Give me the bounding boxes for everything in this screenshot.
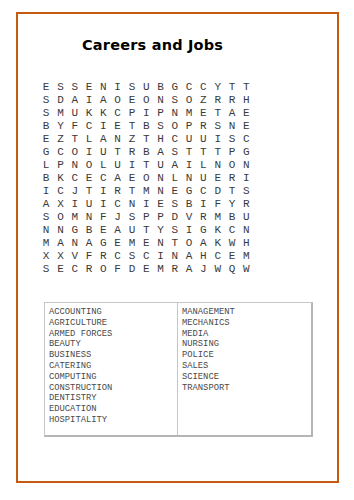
word-list-item: EDUCATION bbox=[49, 404, 177, 415]
grid-cell-r14c15: M bbox=[239, 250, 253, 263]
grid-cell-r2c12: Z bbox=[196, 94, 210, 107]
grid-cell-r13c14: W bbox=[225, 237, 239, 250]
word-search-grid: ESSENISUBGCCYTTSDAIAOEONSOZRRHSMUKKCPIPN… bbox=[39, 81, 253, 276]
grid-cell-r3c8: I bbox=[139, 107, 153, 120]
grid-cell-r6c5: U bbox=[96, 146, 110, 159]
grid-cell-r10c15: R bbox=[239, 198, 253, 211]
word-list-item: TRANSPORT bbox=[182, 383, 311, 394]
grid-cell-r9c2: C bbox=[53, 185, 67, 198]
grid-cell-r8c4: E bbox=[82, 172, 96, 185]
grid-cell-r8c15: I bbox=[239, 172, 253, 185]
grid-cell-r10c4: U bbox=[82, 198, 96, 211]
grid-cell-r7c14: O bbox=[225, 159, 239, 172]
grid-cell-r7c4: O bbox=[82, 159, 96, 172]
grid-cell-r3c9: P bbox=[153, 107, 167, 120]
grid-cell-r11c4: N bbox=[82, 211, 96, 224]
grid-cell-r2c14: R bbox=[225, 94, 239, 107]
grid-cell-r12c4: B bbox=[82, 224, 96, 237]
grid-cell-r2c13: R bbox=[211, 94, 225, 107]
grid-cell-r13c12: A bbox=[196, 237, 210, 250]
grid-cell-r14c14: E bbox=[225, 250, 239, 263]
grid-cell-r3c5: K bbox=[96, 107, 110, 120]
word-list-item: AGRICULTURE bbox=[49, 318, 177, 329]
grid-cell-r15c12: J bbox=[196, 263, 210, 276]
grid-cell-r4c14: N bbox=[225, 120, 239, 133]
grid-cell-r5c13: I bbox=[211, 133, 225, 146]
grid-cell-r14c12: H bbox=[196, 250, 210, 263]
grid-cell-r5c15: C bbox=[239, 133, 253, 146]
word-list-item: BUSINESS bbox=[49, 350, 177, 361]
grid-cell-r12c13: K bbox=[211, 224, 225, 237]
word-list-item: NURSING bbox=[182, 339, 311, 350]
grid-cell-r8c11: N bbox=[182, 172, 196, 185]
grid-cell-r6c8: B bbox=[139, 146, 153, 159]
grid-cell-r15c14: Q bbox=[225, 263, 239, 276]
grid-cell-r4c7: T bbox=[125, 120, 139, 133]
grid-cell-r7c15: N bbox=[239, 159, 253, 172]
grid-cell-r12c15: N bbox=[239, 224, 253, 237]
grid-cell-r15c4: R bbox=[82, 263, 96, 276]
grid-cell-r3c2: M bbox=[53, 107, 67, 120]
grid-cell-r12c3: G bbox=[68, 224, 82, 237]
grid-cell-r15c6: F bbox=[110, 263, 124, 276]
grid-cell-r5c4: L bbox=[82, 133, 96, 146]
grid-cell-r7c12: L bbox=[196, 159, 210, 172]
grid-cell-r1c9: B bbox=[153, 81, 167, 94]
grid-cell-r15c10: R bbox=[168, 263, 182, 276]
grid-cell-r4c3: F bbox=[68, 120, 82, 133]
grid-cell-r15c11: A bbox=[182, 263, 196, 276]
grid-cell-r15c15: W bbox=[239, 263, 253, 276]
grid-cell-r12c2: N bbox=[53, 224, 67, 237]
grid-cell-r6c13: T bbox=[211, 146, 225, 159]
grid-cell-r2c4: I bbox=[82, 94, 96, 107]
grid-cell-r14c4: F bbox=[82, 250, 96, 263]
grid-cell-r12c10: S bbox=[168, 224, 182, 237]
grid-cell-r6c3: O bbox=[68, 146, 82, 159]
grid-cell-r6c11: T bbox=[182, 146, 196, 159]
grid-cell-r3c14: A bbox=[225, 107, 239, 120]
grid-cell-r5c10: C bbox=[168, 133, 182, 146]
grid-cell-r2c9: N bbox=[153, 94, 167, 107]
grid-cell-r10c9: E bbox=[153, 198, 167, 211]
grid-cell-r9c15: S bbox=[239, 185, 253, 198]
grid-cell-r12c6: A bbox=[110, 224, 124, 237]
grid-cell-r11c11: V bbox=[182, 211, 196, 224]
grid-cell-r8c1: B bbox=[39, 172, 53, 185]
grid-cell-r12c5: E bbox=[96, 224, 110, 237]
grid-cell-r6c4: I bbox=[82, 146, 96, 159]
grid-cell-r9c5: I bbox=[96, 185, 110, 198]
grid-cell-r13c11: O bbox=[182, 237, 196, 250]
grid-cell-r14c1: X bbox=[39, 250, 53, 263]
grid-cell-r7c13: N bbox=[211, 159, 225, 172]
word-list-item: MEDIA bbox=[182, 329, 311, 340]
grid-cell-r13c1: M bbox=[39, 237, 53, 250]
grid-cell-r3c4: K bbox=[82, 107, 96, 120]
grid-cell-r6c1: G bbox=[39, 146, 53, 159]
grid-cell-r11c8: P bbox=[139, 211, 153, 224]
word-list-item: CATERING bbox=[49, 361, 177, 372]
grid-cell-r6c10: S bbox=[168, 146, 182, 159]
word-list-item: HOSPITALITY bbox=[49, 415, 177, 426]
grid-cell-r11c13: M bbox=[211, 211, 225, 224]
grid-cell-r11c14: B bbox=[225, 211, 239, 224]
grid-cell-r4c9: S bbox=[153, 120, 167, 133]
grid-cell-r3c1: S bbox=[39, 107, 53, 120]
grid-cell-r1c13: Y bbox=[211, 81, 225, 94]
grid-cell-r14c2: X bbox=[53, 250, 67, 263]
grid-cell-r14c8: C bbox=[139, 250, 153, 263]
grid-cell-r13c4: A bbox=[82, 237, 96, 250]
grid-cell-r9c7: T bbox=[125, 185, 139, 198]
word-list-box: ACCOUNTINGAGRICULTUREARMED FORCESBEAUTYB… bbox=[44, 302, 313, 437]
grid-cell-r3c15: E bbox=[239, 107, 253, 120]
word-list-item: ACCOUNTING bbox=[49, 307, 177, 318]
word-list-left-column: ACCOUNTINGAGRICULTUREARMED FORCESBEAUTYB… bbox=[45, 303, 177, 435]
grid-cell-r9c4: T bbox=[82, 185, 96, 198]
grid-cell-r4c2: Y bbox=[53, 120, 67, 133]
grid-cell-r1c4: E bbox=[82, 81, 96, 94]
grid-cell-r13c13: K bbox=[211, 237, 225, 250]
grid-cell-r1c5: N bbox=[96, 81, 110, 94]
grid-cell-r9c1: I bbox=[39, 185, 53, 198]
grid-cell-r7c6: U bbox=[110, 159, 124, 172]
grid-cell-r1c12: C bbox=[196, 81, 210, 94]
grid-cell-r5c5: A bbox=[96, 133, 110, 146]
grid-cell-r15c8: E bbox=[139, 263, 153, 276]
grid-cell-r11c5: F bbox=[96, 211, 110, 224]
grid-cell-r3c11: M bbox=[182, 107, 196, 120]
grid-cell-r13c2: A bbox=[53, 237, 67, 250]
grid-cell-r3c13: T bbox=[211, 107, 225, 120]
grid-cell-r5c11: U bbox=[182, 133, 196, 146]
word-list-item: POLICE bbox=[182, 350, 311, 361]
grid-cell-r7c7: I bbox=[125, 159, 139, 172]
grid-cell-r14c11: A bbox=[182, 250, 196, 263]
grid-cell-r6c14: P bbox=[225, 146, 239, 159]
grid-cell-r9c3: J bbox=[68, 185, 82, 198]
grid-cell-r10c3: I bbox=[68, 198, 82, 211]
grid-cell-r13c7: M bbox=[125, 237, 139, 250]
grid-cell-r3c3: U bbox=[68, 107, 82, 120]
worksheet-page: Careers and Jobs ESSENISUBGCCYTTSDAIAOEO… bbox=[0, 0, 354, 500]
grid-cell-r14c5: R bbox=[96, 250, 110, 263]
grid-cell-r13c3: N bbox=[68, 237, 82, 250]
grid-cell-r2c7: E bbox=[125, 94, 139, 107]
grid-cell-r7c1: L bbox=[39, 159, 53, 172]
grid-cell-r6c7: R bbox=[125, 146, 139, 159]
grid-cell-r6c9: A bbox=[153, 146, 167, 159]
grid-cell-r2c5: A bbox=[96, 94, 110, 107]
grid-cell-r4c5: I bbox=[96, 120, 110, 133]
grid-cell-r14c6: C bbox=[110, 250, 124, 263]
grid-cell-r10c7: N bbox=[125, 198, 139, 211]
grid-cell-r10c5: I bbox=[96, 198, 110, 211]
grid-cell-r8c10: L bbox=[168, 172, 182, 185]
grid-cell-r10c6: C bbox=[110, 198, 124, 211]
grid-cell-r13c9: N bbox=[153, 237, 167, 250]
grid-cell-r5c14: S bbox=[225, 133, 239, 146]
grid-cell-r2c3: A bbox=[68, 94, 82, 107]
grid-cell-r10c13: F bbox=[211, 198, 225, 211]
word-list-item: ARMED FORCES bbox=[49, 329, 177, 340]
grid-cell-r1c14: T bbox=[225, 81, 239, 94]
grid-cell-r13c8: E bbox=[139, 237, 153, 250]
grid-cell-r15c13: W bbox=[211, 263, 225, 276]
grid-cell-r1c11: C bbox=[182, 81, 196, 94]
grid-cell-r6c2: C bbox=[53, 146, 67, 159]
word-list-right-column: MANAGEMENTMECHANICSMEDIANURSINGPOLICESAL… bbox=[178, 303, 311, 435]
grid-cell-r2c2: D bbox=[53, 94, 67, 107]
grid-cell-r8c9: N bbox=[153, 172, 167, 185]
grid-cell-r14c3: V bbox=[68, 250, 82, 263]
grid-cell-r7c10: A bbox=[168, 159, 182, 172]
grid-cell-r8c8: O bbox=[139, 172, 153, 185]
grid-cell-r10c2: X bbox=[53, 198, 67, 211]
grid-cell-r10c14: Y bbox=[225, 198, 239, 211]
grid-cell-r5c1: E bbox=[39, 133, 53, 146]
grid-cell-r3c12: E bbox=[196, 107, 210, 120]
grid-cell-r4c1: B bbox=[39, 120, 53, 133]
grid-cell-r10c10: S bbox=[168, 198, 182, 211]
grid-cell-r5c12: U bbox=[196, 133, 210, 146]
puzzle-title: Careers and Jobs bbox=[82, 37, 223, 53]
grid-cell-r1c8: U bbox=[139, 81, 153, 94]
grid-cell-r9c8: M bbox=[139, 185, 153, 198]
word-list-item: BEAUTY bbox=[49, 339, 177, 350]
grid-cell-r15c7: D bbox=[125, 263, 139, 276]
grid-cell-r1c15: T bbox=[239, 81, 253, 94]
grid-cell-r4c6: E bbox=[110, 120, 124, 133]
word-list-item: COMPUTING bbox=[49, 372, 177, 383]
grid-cell-r9c14: T bbox=[225, 185, 239, 198]
grid-cell-r1c3: S bbox=[68, 81, 82, 94]
grid-cell-r14c10: N bbox=[168, 250, 182, 263]
grid-cell-r2c15: H bbox=[239, 94, 253, 107]
grid-cell-r13c15: H bbox=[239, 237, 253, 250]
grid-cell-r8c3: C bbox=[68, 172, 82, 185]
grid-cell-r4c15: E bbox=[239, 120, 253, 133]
word-list-item: CONSTRUCTION bbox=[49, 383, 177, 394]
grid-cell-r7c2: P bbox=[53, 159, 67, 172]
grid-cell-r11c6: J bbox=[110, 211, 124, 224]
grid-cell-r11c12: R bbox=[196, 211, 210, 224]
grid-cell-r14c13: C bbox=[211, 250, 225, 263]
grid-cell-r4c4: C bbox=[82, 120, 96, 133]
grid-cell-r10c8: I bbox=[139, 198, 153, 211]
word-list-item: MANAGEMENT bbox=[182, 307, 311, 318]
grid-cell-r11c15: U bbox=[239, 211, 253, 224]
grid-cell-r13c6: E bbox=[110, 237, 124, 250]
grid-cell-r3c10: N bbox=[168, 107, 182, 120]
grid-cell-r9c12: C bbox=[196, 185, 210, 198]
grid-cell-r9c11: G bbox=[182, 185, 196, 198]
grid-cell-r7c8: T bbox=[139, 159, 153, 172]
grid-cell-r13c10: T bbox=[168, 237, 182, 250]
grid-cell-r4c13: S bbox=[211, 120, 225, 133]
grid-cell-r1c6: I bbox=[110, 81, 124, 94]
grid-cell-r5c6: N bbox=[110, 133, 124, 146]
grid-cell-r4c10: O bbox=[168, 120, 182, 133]
grid-cell-r9c9: N bbox=[153, 185, 167, 198]
grid-cell-r11c9: P bbox=[153, 211, 167, 224]
word-list-item: MECHANICS bbox=[182, 318, 311, 329]
grid-cell-r5c8: T bbox=[139, 133, 153, 146]
grid-cell-r7c11: I bbox=[182, 159, 196, 172]
grid-cell-r2c6: O bbox=[110, 94, 124, 107]
grid-cell-r1c1: E bbox=[39, 81, 53, 94]
grid-cell-r8c6: A bbox=[110, 172, 124, 185]
grid-cell-r14c9: I bbox=[153, 250, 167, 263]
grid-cell-r10c12: I bbox=[196, 198, 210, 211]
grid-cell-r7c9: U bbox=[153, 159, 167, 172]
grid-cell-r11c10: D bbox=[168, 211, 182, 224]
grid-cell-r10c11: B bbox=[182, 198, 196, 211]
grid-cell-r1c10: G bbox=[168, 81, 182, 94]
grid-cell-r12c8: T bbox=[139, 224, 153, 237]
grid-cell-r4c11: P bbox=[182, 120, 196, 133]
grid-cell-r8c14: R bbox=[225, 172, 239, 185]
grid-cell-r5c2: Z bbox=[53, 133, 67, 146]
grid-cell-r12c1: N bbox=[39, 224, 53, 237]
grid-cell-r8c2: K bbox=[53, 172, 67, 185]
grid-cell-r7c5: L bbox=[96, 159, 110, 172]
grid-cell-r9c10: E bbox=[168, 185, 182, 198]
grid-cell-r12c9: Y bbox=[153, 224, 167, 237]
grid-cell-r14c7: S bbox=[125, 250, 139, 263]
grid-cell-r8c13: E bbox=[211, 172, 225, 185]
grid-cell-r2c1: S bbox=[39, 94, 53, 107]
grid-cell-r15c2: E bbox=[53, 263, 67, 276]
grid-cell-r1c7: S bbox=[125, 81, 139, 94]
grid-cell-r9c13: D bbox=[211, 185, 225, 198]
grid-cell-r2c11: O bbox=[182, 94, 196, 107]
grid-cell-r5c7: Z bbox=[125, 133, 139, 146]
grid-cell-r12c11: I bbox=[182, 224, 196, 237]
grid-cell-r3c7: P bbox=[125, 107, 139, 120]
grid-cell-r15c5: O bbox=[96, 263, 110, 276]
grid-cell-r11c1: S bbox=[39, 211, 53, 224]
grid-cell-r1c2: S bbox=[53, 81, 67, 94]
grid-cell-r5c9: H bbox=[153, 133, 167, 146]
grid-cell-r10c1: A bbox=[39, 198, 53, 211]
grid-cell-r11c3: M bbox=[68, 211, 82, 224]
grid-cell-r6c6: T bbox=[110, 146, 124, 159]
word-list-item: DENTISTRY bbox=[49, 393, 177, 404]
grid-cell-r11c7: S bbox=[125, 211, 139, 224]
grid-cell-r9c6: R bbox=[110, 185, 124, 198]
grid-cell-r13c5: G bbox=[96, 237, 110, 250]
grid-cell-r6c12: T bbox=[196, 146, 210, 159]
grid-cell-r2c10: S bbox=[168, 94, 182, 107]
grid-cell-r6c15: G bbox=[239, 146, 253, 159]
grid-cell-r11c2: O bbox=[53, 211, 67, 224]
grid-cell-r12c14: C bbox=[225, 224, 239, 237]
grid-cell-r8c5: C bbox=[96, 172, 110, 185]
grid-cell-r12c7: U bbox=[125, 224, 139, 237]
word-list-item: SALES bbox=[182, 361, 311, 372]
grid-cell-r15c9: M bbox=[153, 263, 167, 276]
grid-cell-r5c3: T bbox=[68, 133, 82, 146]
grid-cell-r7c3: N bbox=[68, 159, 82, 172]
grid-cell-r2c8: O bbox=[139, 94, 153, 107]
grid-cell-r8c12: U bbox=[196, 172, 210, 185]
grid-cell-r8c7: E bbox=[125, 172, 139, 185]
grid-cell-r4c12: R bbox=[196, 120, 210, 133]
grid-cell-r15c1: S bbox=[39, 263, 53, 276]
grid-cell-r3c6: C bbox=[110, 107, 124, 120]
grid-cell-r12c12: G bbox=[196, 224, 210, 237]
grid-cell-r15c3: C bbox=[68, 263, 82, 276]
word-list-item: SCIENCE bbox=[182, 372, 311, 383]
grid-cell-r4c8: B bbox=[139, 120, 153, 133]
